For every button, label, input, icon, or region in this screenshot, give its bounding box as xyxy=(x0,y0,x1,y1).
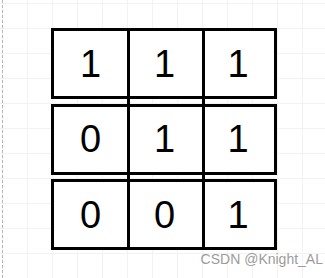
cell-r1c2: 1 xyxy=(202,107,274,172)
cell-r0c1: 1 xyxy=(127,31,202,96)
cell-r1c0: 0 xyxy=(54,107,127,172)
diagram-canvas: 1 1 1 0 1 1 0 0 1 CSDN @Knight_AL xyxy=(0,0,325,278)
cell-r2c2: 1 xyxy=(202,182,274,247)
page-boundary-dashed-line xyxy=(2,0,3,278)
board-row-1: 0 1 1 xyxy=(51,104,277,175)
board-row-0: 1 1 1 xyxy=(51,28,277,99)
csdn-watermark: CSDN @Knight_AL xyxy=(201,251,323,267)
column-divider-2 xyxy=(202,28,205,250)
column-divider-1 xyxy=(127,28,130,250)
cell-r0c2: 1 xyxy=(202,31,274,96)
cell-r2c0: 0 xyxy=(54,182,127,247)
cell-r1c1: 1 xyxy=(127,107,202,172)
binary-matrix-board: 1 1 1 0 1 1 0 0 1 xyxy=(51,28,277,250)
cell-r0c0: 1 xyxy=(54,31,127,96)
cell-r2c1: 0 xyxy=(127,182,202,247)
board-row-2: 0 0 1 xyxy=(51,179,277,250)
